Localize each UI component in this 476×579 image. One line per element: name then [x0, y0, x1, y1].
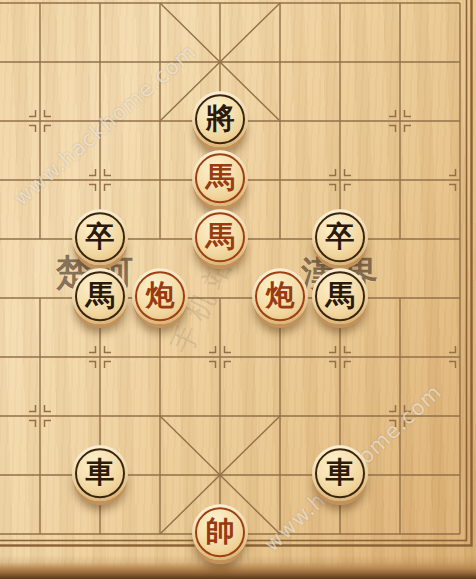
piece-black-chariot[interactable]: 車: [312, 445, 368, 501]
piece-glyph: 馬: [192, 209, 248, 265]
piece-red-cannon[interactable]: 炮: [132, 268, 188, 324]
piece-glyph: 炮: [252, 268, 308, 324]
piece-black-general[interactable]: 將: [192, 91, 248, 147]
piece-red-horse[interactable]: 馬: [192, 150, 248, 206]
piece-red-horse[interactable]: 馬: [192, 209, 248, 265]
piece-glyph: 帥: [192, 504, 248, 560]
piece-glyph: 炮: [132, 268, 188, 324]
piece-glyph: 馬: [312, 268, 368, 324]
piece-glyph: 馬: [192, 150, 248, 206]
piece-black-horse[interactable]: 馬: [312, 268, 368, 324]
piece-black-chariot[interactable]: 車: [72, 445, 128, 501]
piece-black-soldier[interactable]: 卒: [312, 209, 368, 265]
xiangqi-board[interactable]: 楚河 漢界 www.hackhome.com www.hackhome.com …: [0, 0, 476, 579]
piece-glyph: 卒: [72, 209, 128, 265]
piece-glyph: 將: [192, 91, 248, 147]
piece-red-general[interactable]: 帥: [192, 504, 248, 560]
piece-glyph: 車: [312, 445, 368, 501]
piece-red-cannon[interactable]: 炮: [252, 268, 308, 324]
piece-glyph: 車: [72, 445, 128, 501]
piece-black-soldier[interactable]: 卒: [72, 209, 128, 265]
piece-glyph: 馬: [72, 268, 128, 324]
piece-black-horse[interactable]: 馬: [72, 268, 128, 324]
piece-glyph: 卒: [312, 209, 368, 265]
